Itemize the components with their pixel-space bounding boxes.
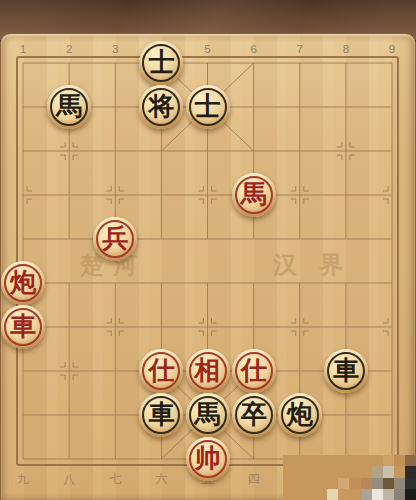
mosaic-block bbox=[327, 466, 338, 477]
mosaic-block bbox=[361, 489, 372, 500]
mosaic-block bbox=[305, 466, 316, 477]
mosaic-block bbox=[394, 489, 405, 500]
black-advisor-piece[interactable]: 士 bbox=[186, 85, 230, 129]
black-cannon-piece[interactable]: 炮 bbox=[278, 393, 322, 437]
piece-glyph: 帅 bbox=[186, 437, 230, 481]
piece-glyph: 炮 bbox=[1, 261, 45, 305]
mosaic-block bbox=[316, 478, 327, 489]
mosaic-block bbox=[383, 466, 394, 477]
piece-glyph: 馬 bbox=[232, 173, 276, 217]
piece-glyph: 相 bbox=[186, 349, 230, 393]
mosaic-block bbox=[327, 478, 338, 489]
red-advisor-piece[interactable]: 仕 bbox=[139, 349, 183, 393]
black-chariot-piece[interactable]: 車 bbox=[324, 349, 368, 393]
mosaic-block bbox=[338, 466, 349, 477]
mosaic-block bbox=[394, 455, 405, 466]
red-advisor-piece[interactable]: 仕 bbox=[232, 349, 276, 393]
piece-glyph: 馬 bbox=[186, 393, 230, 437]
mosaic-block bbox=[361, 455, 372, 466]
file-label-top: 2 bbox=[57, 43, 81, 55]
mosaic-block bbox=[283, 478, 294, 489]
red-cannon-piece[interactable]: 炮 bbox=[1, 261, 45, 305]
mosaic-block bbox=[327, 455, 338, 466]
file-label-bottom: 九 bbox=[11, 471, 35, 488]
xiangqi-game-screen: 123456789九八七六五四三二一 楚河 汉界 士馬将士馬兵炮車仕相仕車車馬卒… bbox=[0, 0, 416, 500]
mosaic-block bbox=[372, 478, 383, 489]
mosaic-block bbox=[294, 478, 305, 489]
piece-glyph: 士 bbox=[139, 41, 183, 85]
file-label-top: 1 bbox=[11, 43, 35, 55]
file-label-bottom: 六 bbox=[149, 471, 173, 488]
mosaic-block bbox=[349, 455, 360, 466]
red-chariot-piece[interactable]: 車 bbox=[1, 305, 45, 349]
mosaic-block bbox=[305, 455, 316, 466]
piece-glyph: 仕 bbox=[232, 349, 276, 393]
file-label-bottom: 七 bbox=[103, 471, 127, 488]
mosaic-block bbox=[338, 478, 349, 489]
mosaic-block bbox=[316, 489, 327, 500]
file-label-bottom: 四 bbox=[242, 471, 266, 488]
piece-glyph: 卒 bbox=[232, 393, 276, 437]
file-label-top: 8 bbox=[334, 43, 358, 55]
mosaic-block bbox=[338, 489, 349, 500]
file-label-top: 7 bbox=[288, 43, 312, 55]
mosaic-block bbox=[372, 455, 383, 466]
mosaic-block bbox=[294, 455, 305, 466]
mosaic-block bbox=[294, 489, 305, 500]
piece-glyph: 車 bbox=[139, 393, 183, 437]
mosaic-block bbox=[383, 489, 394, 500]
mosaic-block bbox=[372, 466, 383, 477]
mosaic-block bbox=[405, 489, 416, 500]
river-label-right: 汉界 bbox=[273, 249, 365, 281]
red-general-piece[interactable]: 帅 bbox=[186, 437, 230, 481]
piece-glyph: 士 bbox=[186, 85, 230, 129]
mosaic-block bbox=[316, 466, 327, 477]
black-horse-piece[interactable]: 馬 bbox=[186, 393, 230, 437]
piece-glyph: 車 bbox=[1, 305, 45, 349]
mosaic-block bbox=[361, 478, 372, 489]
mosaic-block bbox=[394, 466, 405, 477]
mosaic-block bbox=[372, 489, 383, 500]
black-horse-piece[interactable]: 馬 bbox=[47, 85, 91, 129]
mosaic-block bbox=[316, 455, 327, 466]
file-label-bottom: 八 bbox=[57, 471, 81, 488]
black-pawn-piece[interactable]: 卒 bbox=[232, 393, 276, 437]
red-elephant-piece[interactable]: 相 bbox=[186, 349, 230, 393]
file-label-top: 5 bbox=[196, 43, 220, 55]
red-pawn-piece[interactable]: 兵 bbox=[93, 217, 137, 261]
file-label-top: 9 bbox=[380, 43, 404, 55]
mosaic-block bbox=[349, 489, 360, 500]
mosaic-block bbox=[349, 478, 360, 489]
black-general-piece[interactable]: 将 bbox=[139, 85, 183, 129]
file-label-top: 3 bbox=[103, 43, 127, 55]
piece-glyph: 馬 bbox=[47, 85, 91, 129]
black-advisor-piece[interactable]: 士 bbox=[139, 41, 183, 85]
piece-glyph: 炮 bbox=[278, 393, 322, 437]
piece-glyph: 兵 bbox=[93, 217, 137, 261]
piece-glyph: 車 bbox=[324, 349, 368, 393]
mosaic-block bbox=[283, 455, 294, 466]
mosaic-block bbox=[283, 466, 294, 477]
mosaic-block bbox=[327, 489, 338, 500]
mosaic-block bbox=[294, 466, 305, 477]
black-chariot-piece[interactable]: 車 bbox=[139, 393, 183, 437]
mosaic-block bbox=[338, 455, 349, 466]
mosaic-block bbox=[405, 478, 416, 489]
mosaic-block bbox=[394, 478, 405, 489]
piece-glyph: 仕 bbox=[139, 349, 183, 393]
mosaic-block bbox=[283, 489, 294, 500]
mosaic-block bbox=[349, 466, 360, 477]
red-horse-piece[interactable]: 馬 bbox=[232, 173, 276, 217]
mosaic-block bbox=[305, 489, 316, 500]
file-label-top: 6 bbox=[242, 43, 266, 55]
mosaic-block bbox=[361, 466, 372, 477]
mosaic-block bbox=[305, 478, 316, 489]
mosaic-block bbox=[383, 455, 394, 466]
piece-glyph: 将 bbox=[139, 85, 183, 129]
mosaic-block bbox=[405, 466, 416, 477]
censor-mosaic-patch bbox=[283, 455, 416, 500]
mosaic-block bbox=[383, 478, 394, 489]
mosaic-block bbox=[405, 455, 416, 466]
